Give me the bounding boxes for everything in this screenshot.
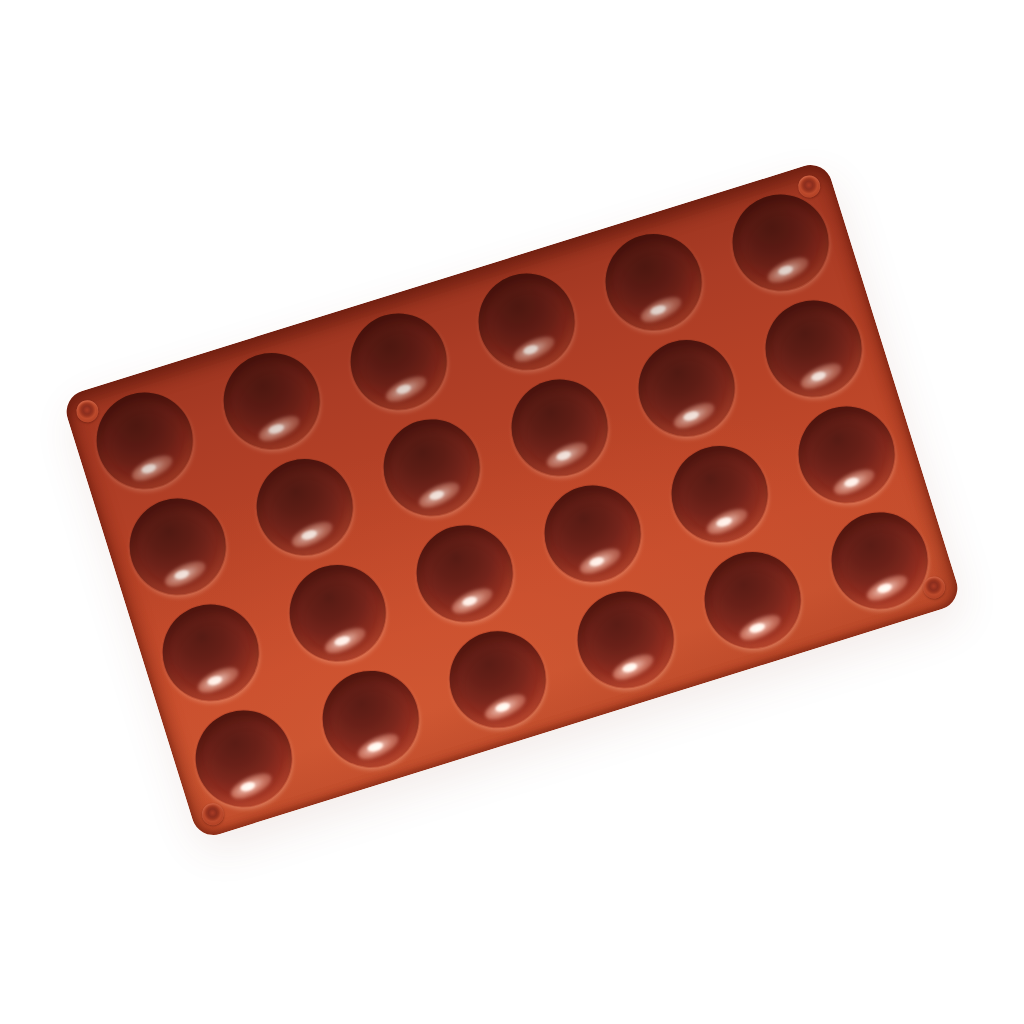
cavity (84, 380, 204, 500)
cavity (117, 486, 237, 606)
cavity (820, 500, 940, 620)
cavity (183, 698, 303, 818)
silicone-mold-tray (61, 160, 963, 841)
cavity (372, 407, 492, 527)
cavity (499, 367, 619, 487)
cavity (754, 288, 874, 408)
cavity (405, 513, 525, 633)
cavity (692, 539, 812, 659)
cavity (211, 340, 331, 460)
cavity (244, 446, 364, 566)
cavity (438, 619, 558, 739)
cavity (787, 394, 907, 514)
cavity (150, 592, 270, 712)
cavity (339, 301, 459, 421)
cavity (593, 221, 713, 341)
photo-background (0, 0, 1024, 1024)
cavity (532, 473, 652, 593)
cavity (659, 433, 779, 553)
cavity (277, 552, 397, 672)
cavity (626, 327, 746, 447)
cavity-grid (64, 169, 960, 831)
cavity (310, 658, 430, 778)
cavity (565, 579, 685, 699)
cavity (466, 261, 586, 381)
cavity (721, 182, 841, 302)
